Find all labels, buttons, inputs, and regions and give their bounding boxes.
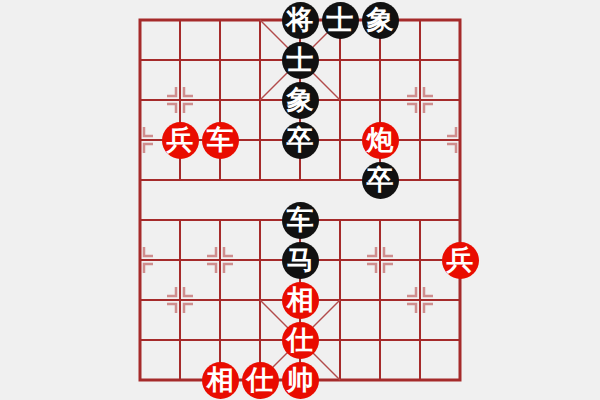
intersection-r4c0[interactable] bbox=[120, 160, 160, 200]
intersection-r5c8[interactable] bbox=[440, 200, 480, 240]
intersection-r4c2[interactable] bbox=[200, 160, 240, 200]
intersection-r5c7[interactable] bbox=[400, 200, 440, 240]
intersection-r0c3[interactable] bbox=[240, 0, 280, 40]
piece-red-elephant[interactable]: 相 bbox=[282, 282, 319, 319]
intersection-r7c7[interactable] bbox=[400, 280, 440, 320]
intersection-r1c3[interactable] bbox=[240, 40, 280, 80]
intersection-r9c3[interactable]: 仕 bbox=[240, 360, 280, 400]
intersection-r0c6[interactable]: 象 bbox=[360, 0, 400, 40]
intersection-r9c2[interactable]: 相 bbox=[200, 360, 240, 400]
intersection-r5c1[interactable] bbox=[160, 200, 200, 240]
intersection-r2c7[interactable] bbox=[400, 80, 440, 120]
intersection-r0c1[interactable] bbox=[160, 0, 200, 40]
piece-black-elephant[interactable]: 象 bbox=[282, 82, 319, 119]
intersection-r3c4[interactable]: 卒 bbox=[280, 120, 320, 160]
piece-red-elephant[interactable]: 相 bbox=[202, 362, 239, 399]
intersection-r8c8[interactable] bbox=[440, 320, 480, 360]
intersection-r2c0[interactable] bbox=[120, 80, 160, 120]
intersection-r2c4[interactable]: 象 bbox=[280, 80, 320, 120]
intersection-r0c8[interactable] bbox=[440, 0, 480, 40]
intersection-r7c6[interactable] bbox=[360, 280, 400, 320]
intersection-r9c5[interactable] bbox=[320, 360, 360, 400]
intersection-r1c2[interactable] bbox=[200, 40, 240, 80]
intersection-r3c6[interactable]: 炮 bbox=[360, 120, 400, 160]
xiangqi-screen: 将士象士象兵车卒炮卒车马兵相仕相仕帅 bbox=[0, 0, 600, 400]
intersection-r1c6[interactable] bbox=[360, 40, 400, 80]
piece-red-soldier[interactable]: 兵 bbox=[442, 242, 479, 279]
intersection-r3c0[interactable] bbox=[120, 120, 160, 160]
intersection-r5c6[interactable] bbox=[360, 200, 400, 240]
intersection-r6c6[interactable] bbox=[360, 240, 400, 280]
intersection-r6c2[interactable] bbox=[200, 240, 240, 280]
piece-black-horse[interactable]: 马 bbox=[282, 242, 319, 279]
piece-red-general[interactable]: 帅 bbox=[282, 362, 319, 399]
intersection-r6c1[interactable] bbox=[160, 240, 200, 280]
piece-black-soldier[interactable]: 卒 bbox=[282, 122, 319, 159]
intersection-r3c1[interactable]: 兵 bbox=[160, 120, 200, 160]
intersection-r2c3[interactable] bbox=[240, 80, 280, 120]
intersection-r4c5[interactable] bbox=[320, 160, 360, 200]
intersection-r9c4[interactable]: 帅 bbox=[280, 360, 320, 400]
piece-red-chariot[interactable]: 车 bbox=[202, 122, 239, 159]
intersection-r0c5[interactable]: 士 bbox=[320, 0, 360, 40]
piece-black-chariot[interactable]: 车 bbox=[282, 202, 319, 239]
intersection-r8c6[interactable] bbox=[360, 320, 400, 360]
intersection-r2c2[interactable] bbox=[200, 80, 240, 120]
intersection-r8c3[interactable] bbox=[240, 320, 280, 360]
intersection-r6c4[interactable]: 马 bbox=[280, 240, 320, 280]
intersection-r6c8[interactable]: 兵 bbox=[440, 240, 480, 280]
intersection-r2c5[interactable] bbox=[320, 80, 360, 120]
intersection-r8c1[interactable] bbox=[160, 320, 200, 360]
intersection-r6c7[interactable] bbox=[400, 240, 440, 280]
intersection-r0c4[interactable]: 将 bbox=[280, 0, 320, 40]
intersection-r3c8[interactable] bbox=[440, 120, 480, 160]
intersection-r9c1[interactable] bbox=[160, 360, 200, 400]
intersection-r2c6[interactable] bbox=[360, 80, 400, 120]
piece-red-cannon[interactable]: 炮 bbox=[362, 122, 399, 159]
xiangqi-piece-grid: 将士象士象兵车卒炮卒车马兵相仕相仕帅 bbox=[120, 0, 480, 400]
intersection-r7c4[interactable]: 相 bbox=[280, 280, 320, 320]
intersection-r8c2[interactable] bbox=[200, 320, 240, 360]
intersection-r4c1[interactable] bbox=[160, 160, 200, 200]
intersection-r6c5[interactable] bbox=[320, 240, 360, 280]
piece-black-soldier[interactable]: 卒 bbox=[362, 162, 399, 199]
intersection-r9c8[interactable] bbox=[440, 360, 480, 400]
piece-black-general[interactable]: 将 bbox=[282, 2, 319, 39]
intersection-r9c7[interactable] bbox=[400, 360, 440, 400]
piece-black-advisor[interactable]: 士 bbox=[282, 42, 319, 79]
intersection-r3c2[interactable]: 车 bbox=[200, 120, 240, 160]
intersection-r1c4[interactable]: 士 bbox=[280, 40, 320, 80]
intersection-r5c2[interactable] bbox=[200, 200, 240, 240]
piece-black-advisor[interactable]: 士 bbox=[322, 2, 359, 39]
intersection-r7c0[interactable] bbox=[120, 280, 160, 320]
intersection-r8c7[interactable] bbox=[400, 320, 440, 360]
intersection-r4c3[interactable] bbox=[240, 160, 280, 200]
piece-red-advisor[interactable]: 仕 bbox=[242, 362, 279, 399]
intersection-r3c7[interactable] bbox=[400, 120, 440, 160]
intersection-r0c7[interactable] bbox=[400, 0, 440, 40]
intersection-r5c3[interactable] bbox=[240, 200, 280, 240]
intersection-r0c2[interactable] bbox=[200, 0, 240, 40]
intersection-r7c5[interactable] bbox=[320, 280, 360, 320]
intersection-r7c3[interactable] bbox=[240, 280, 280, 320]
intersection-r8c4[interactable]: 仕 bbox=[280, 320, 320, 360]
intersection-r9c0[interactable] bbox=[120, 360, 160, 400]
intersection-r4c4[interactable] bbox=[280, 160, 320, 200]
intersection-r8c5[interactable] bbox=[320, 320, 360, 360]
piece-black-elephant[interactable]: 象 bbox=[362, 2, 399, 39]
intersection-r4c8[interactable] bbox=[440, 160, 480, 200]
intersection-r8c0[interactable] bbox=[120, 320, 160, 360]
piece-red-soldier[interactable]: 兵 bbox=[162, 122, 199, 159]
intersection-r6c0[interactable] bbox=[120, 240, 160, 280]
intersection-r1c7[interactable] bbox=[400, 40, 440, 80]
intersection-r7c8[interactable] bbox=[440, 280, 480, 320]
intersection-r1c8[interactable] bbox=[440, 40, 480, 80]
intersection-r5c0[interactable] bbox=[120, 200, 160, 240]
intersection-r2c8[interactable] bbox=[440, 80, 480, 120]
intersection-r0c0[interactable] bbox=[120, 0, 160, 40]
intersection-r7c2[interactable] bbox=[200, 280, 240, 320]
intersection-r5c5[interactable] bbox=[320, 200, 360, 240]
intersection-r4c6[interactable]: 卒 bbox=[360, 160, 400, 200]
intersection-r3c3[interactable] bbox=[240, 120, 280, 160]
intersection-r3c5[interactable] bbox=[320, 120, 360, 160]
intersection-r5c4[interactable]: 车 bbox=[280, 200, 320, 240]
intersection-r1c1[interactable] bbox=[160, 40, 200, 80]
intersection-r9c6[interactable] bbox=[360, 360, 400, 400]
intersection-r4c7[interactable] bbox=[400, 160, 440, 200]
intersection-r2c1[interactable] bbox=[160, 80, 200, 120]
intersection-r1c0[interactable] bbox=[120, 40, 160, 80]
piece-red-advisor[interactable]: 仕 bbox=[282, 322, 319, 359]
intersection-r7c1[interactable] bbox=[160, 280, 200, 320]
intersection-r6c3[interactable] bbox=[240, 240, 280, 280]
intersection-r1c5[interactable] bbox=[320, 40, 360, 80]
